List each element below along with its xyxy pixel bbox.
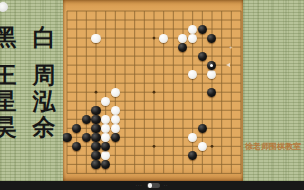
white-stone [101, 133, 110, 142]
black-stone [91, 160, 100, 169]
white-stone [188, 34, 197, 43]
white-player-name-char: 余 [31, 114, 57, 140]
go-board[interactable]: + [63, 0, 243, 181]
black-stone [101, 160, 110, 169]
black-stone [207, 34, 216, 43]
white-stone [198, 142, 207, 151]
watermark-text: 徐老师围棋教室 [245, 142, 303, 152]
black-stone [111, 133, 120, 142]
white-stone [207, 70, 216, 79]
black-stone [188, 151, 197, 160]
white-stone [101, 115, 110, 124]
black-stone [91, 133, 100, 142]
right-tatami-panel: 徐老师围棋教室 [243, 0, 304, 181]
black-stone [91, 142, 100, 151]
white-stone [159, 34, 168, 43]
white-stone [111, 88, 120, 97]
white-stone [101, 124, 110, 133]
black-player-label: 黑 [0, 24, 18, 50]
white-player-label: 白 [31, 24, 57, 50]
black-stone [198, 52, 207, 61]
black-stone [91, 124, 100, 133]
black-stone [101, 142, 110, 151]
stone-grid [62, 7, 245, 178]
playback-toggle[interactable] [147, 183, 160, 189]
video-control-bar[interactable]: ··· ·· [0, 181, 304, 190]
black-stone [72, 142, 81, 151]
black-stone [178, 43, 187, 52]
black-stone [91, 106, 100, 115]
white-stone [178, 34, 187, 43]
white-stone [188, 70, 197, 79]
black-stone [207, 88, 216, 97]
player-names-panel: 黑王星昊 白周泓余 [0, 0, 63, 181]
black-stone [198, 25, 207, 34]
bar-left-ticks: ··· [136, 184, 143, 188]
white-stone [101, 151, 110, 160]
white-stone [111, 115, 120, 124]
black-stone [198, 124, 207, 133]
black-stone [82, 133, 91, 142]
black-player-name-char: 王 [0, 62, 18, 88]
white-stone [111, 106, 120, 115]
go-lecture-frame: + 黑王星昊 白周泓余 徐老师围棋教室 ··· ·· [0, 0, 304, 190]
black-stone [91, 115, 100, 124]
last-move-black-stone [207, 61, 216, 70]
white-player-name-char: 周 [31, 62, 57, 88]
white-stone [188, 133, 197, 142]
white-stone [188, 25, 197, 34]
black-player-column: 黑王星昊 [0, 24, 18, 140]
black-stone [72, 124, 81, 133]
white-stone [101, 97, 110, 106]
bar-right-ticks: ·· [164, 184, 169, 188]
black-stone [62, 133, 71, 142]
white-player-column: 白周泓余 [31, 24, 57, 140]
white-player-name-char: 泓 [31, 88, 57, 114]
white-stone [111, 124, 120, 133]
black-player-name-char: 星 [0, 88, 18, 114]
toggle-knob-icon [148, 183, 153, 188]
black-player-name-char: 昊 [0, 114, 18, 140]
black-stone [82, 115, 91, 124]
white-stone [91, 34, 100, 43]
black-stone [91, 151, 100, 160]
